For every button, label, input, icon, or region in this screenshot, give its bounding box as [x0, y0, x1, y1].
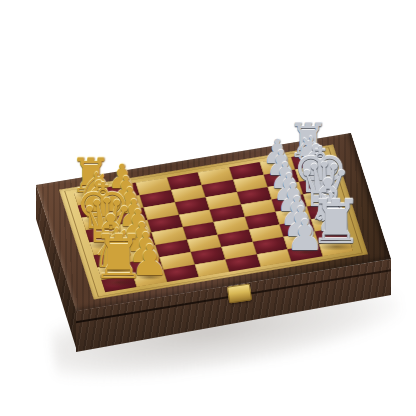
- chess-set-photo: ♜♞♝♛♚♝♞♜♟♟♟♟♟♟♟♟♟♟♟♟♟♟♟♟♜♞♝♛♚♝♞♜: [0, 0, 416, 416]
- piece-gold-rook-a1[interactable]: ♜: [92, 228, 146, 289]
- piece-silver-pawn-a7[interactable]: ♟: [286, 213, 324, 256]
- brass-clasp[interactable]: [227, 283, 252, 303]
